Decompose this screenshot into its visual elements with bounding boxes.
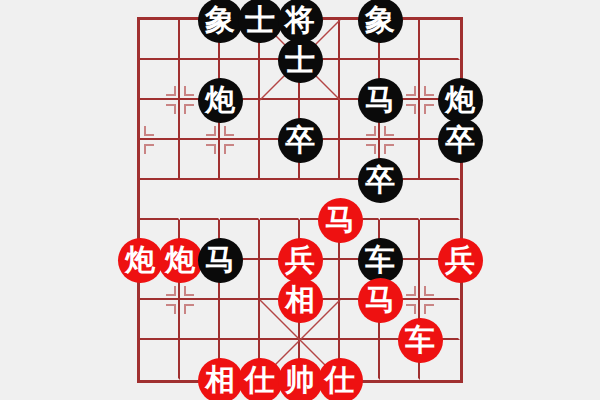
piece-black-general[interactable]: 将 <box>278 0 323 43</box>
piece-black-chariot[interactable]: 车 <box>358 238 403 283</box>
piece-red-cannon[interactable]: 炮 <box>158 238 203 283</box>
piece-black-elephant[interactable]: 象 <box>358 0 403 43</box>
xiangqi-board-screenshot: 象士将象士炮马炮卒卒卒马炮炮马兵车兵相马车相仕帅仕 <box>0 0 600 400</box>
piece-red-chariot[interactable]: 车 <box>398 318 443 363</box>
piece-red-elephant[interactable]: 相 <box>198 358 243 400</box>
piece-red-elephant[interactable]: 相 <box>278 278 323 323</box>
piece-red-horse[interactable]: 马 <box>358 278 403 323</box>
piece-black-advisor[interactable]: 士 <box>278 38 323 83</box>
piece-black-horse[interactable]: 马 <box>358 78 403 123</box>
piece-black-soldier[interactable]: 卒 <box>278 118 323 163</box>
piece-black-soldier[interactable]: 卒 <box>358 158 403 203</box>
piece-red-horse[interactable]: 马 <box>318 198 363 243</box>
piece-red-soldier[interactable]: 兵 <box>278 238 323 283</box>
piece-red-advisor[interactable]: 仕 <box>318 358 363 400</box>
piece-black-soldier[interactable]: 卒 <box>438 118 483 163</box>
piece-red-advisor[interactable]: 仕 <box>238 358 283 400</box>
piece-black-advisor[interactable]: 士 <box>238 0 283 43</box>
piece-red-general[interactable]: 帅 <box>278 358 323 400</box>
piece-black-cannon[interactable]: 炮 <box>438 78 483 123</box>
piece-red-soldier[interactable]: 兵 <box>438 238 483 283</box>
piece-red-cannon[interactable]: 炮 <box>118 238 163 283</box>
piece-black-elephant[interactable]: 象 <box>198 0 243 43</box>
piece-black-horse[interactable]: 马 <box>198 238 243 283</box>
piece-black-cannon[interactable]: 炮 <box>198 78 243 123</box>
pieces-layer: 象士将象士炮马炮卒卒卒马炮炮马兵车兵相马车相仕帅仕 <box>0 0 600 400</box>
